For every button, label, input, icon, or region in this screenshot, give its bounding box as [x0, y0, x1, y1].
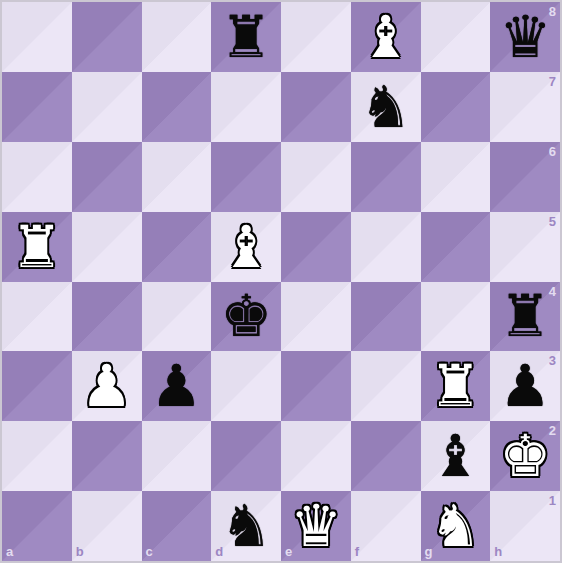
square-h2[interactable]: ♚2	[490, 421, 560, 491]
square-g2[interactable]: ♝	[421, 421, 491, 491]
square-h4[interactable]: ♜4	[490, 282, 560, 352]
piece-white-pawn[interactable]: ♟	[81, 351, 133, 421]
square-d1[interactable]: ♞d	[211, 491, 281, 561]
square-f8[interactable]: ♝	[351, 2, 421, 72]
square-b8[interactable]	[72, 2, 142, 72]
square-d4[interactable]: ♚	[211, 282, 281, 352]
rank-label-5: 5	[549, 214, 556, 229]
square-h1[interactable]: 1h	[490, 491, 560, 561]
square-c2[interactable]	[142, 421, 212, 491]
square-e6[interactable]	[281, 142, 351, 212]
rank-label-4: 4	[549, 284, 556, 299]
piece-black-bishop[interactable]: ♝	[429, 421, 481, 491]
square-d3[interactable]	[211, 351, 281, 421]
square-b4[interactable]	[72, 282, 142, 352]
square-a2[interactable]	[2, 421, 72, 491]
square-b3[interactable]: ♟	[72, 351, 142, 421]
rank-label-6: 6	[549, 144, 556, 159]
square-a7[interactable]	[2, 72, 72, 142]
square-g7[interactable]	[421, 72, 491, 142]
file-label-a: a	[6, 544, 13, 559]
square-c1[interactable]: c	[142, 491, 212, 561]
piece-black-pawn[interactable]: ♟	[150, 351, 202, 421]
chess-board: ♜♝♛8♞76♜♝5♚♜4♟♟♜♟3♝♚2abc♞d♛ef♞g1h	[2, 2, 560, 561]
square-f1[interactable]: f	[351, 491, 421, 561]
square-b7[interactable]	[72, 72, 142, 142]
square-f6[interactable]	[351, 142, 421, 212]
square-b6[interactable]	[72, 142, 142, 212]
square-e2[interactable]	[281, 421, 351, 491]
square-d6[interactable]	[211, 142, 281, 212]
square-e3[interactable]	[281, 351, 351, 421]
rank-label-3: 3	[549, 353, 556, 368]
square-c8[interactable]	[142, 2, 212, 72]
square-b5[interactable]	[72, 212, 142, 282]
square-h6[interactable]: 6	[490, 142, 560, 212]
piece-black-pawn[interactable]: ♟	[499, 351, 551, 421]
square-f4[interactable]	[351, 282, 421, 352]
rank-label-8: 8	[549, 4, 556, 19]
square-g3[interactable]: ♜	[421, 351, 491, 421]
rank-label-2: 2	[549, 423, 556, 438]
square-c6[interactable]	[142, 142, 212, 212]
rank-label-7: 7	[549, 74, 556, 89]
square-f2[interactable]	[351, 421, 421, 491]
square-d5[interactable]: ♝	[211, 212, 281, 282]
square-c5[interactable]	[142, 212, 212, 282]
square-a8[interactable]	[2, 2, 72, 72]
square-b2[interactable]	[72, 421, 142, 491]
piece-white-king[interactable]: ♚	[499, 421, 551, 491]
piece-white-rook[interactable]: ♜	[429, 351, 481, 421]
square-e4[interactable]	[281, 282, 351, 352]
square-b1[interactable]: b	[72, 491, 142, 561]
square-g1[interactable]: ♞g	[421, 491, 491, 561]
piece-white-knight[interactable]: ♞	[429, 491, 481, 561]
square-c7[interactable]	[142, 72, 212, 142]
square-f3[interactable]	[351, 351, 421, 421]
piece-white-bishop[interactable]: ♝	[360, 2, 412, 72]
square-c4[interactable]	[142, 282, 212, 352]
square-e1[interactable]: ♛e	[281, 491, 351, 561]
square-e5[interactable]	[281, 212, 351, 282]
square-g4[interactable]	[421, 282, 491, 352]
square-a1[interactable]: a	[2, 491, 72, 561]
file-label-h: h	[494, 544, 502, 559]
square-a6[interactable]	[2, 142, 72, 212]
piece-black-knight[interactable]: ♞	[220, 491, 272, 561]
square-f5[interactable]	[351, 212, 421, 282]
file-label-c: c	[146, 544, 153, 559]
square-e8[interactable]	[281, 2, 351, 72]
piece-black-rook[interactable]: ♜	[220, 2, 272, 72]
file-label-f: f	[355, 544, 359, 559]
piece-black-knight[interactable]: ♞	[360, 72, 412, 142]
square-d2[interactable]	[211, 421, 281, 491]
square-d7[interactable]	[211, 72, 281, 142]
piece-black-rook[interactable]: ♜	[499, 282, 551, 352]
square-c3[interactable]: ♟	[142, 351, 212, 421]
square-h8[interactable]: ♛8	[490, 2, 560, 72]
square-a4[interactable]	[2, 282, 72, 352]
square-g5[interactable]	[421, 212, 491, 282]
square-h3[interactable]: ♟3	[490, 351, 560, 421]
square-a3[interactable]	[2, 351, 72, 421]
square-g8[interactable]	[421, 2, 491, 72]
square-a5[interactable]: ♜	[2, 212, 72, 282]
file-label-b: b	[76, 544, 84, 559]
rank-label-1: 1	[549, 493, 556, 508]
square-d8[interactable]: ♜	[211, 2, 281, 72]
square-f7[interactable]: ♞	[351, 72, 421, 142]
file-label-e: e	[285, 544, 292, 559]
square-h7[interactable]: 7	[490, 72, 560, 142]
square-h5[interactable]: 5	[490, 212, 560, 282]
square-g6[interactable]	[421, 142, 491, 212]
chess-board-frame: ♜♝♛8♞76♜♝5♚♜4♟♟♜♟3♝♚2abc♞d♛ef♞g1h	[0, 0, 562, 563]
file-label-d: d	[215, 544, 223, 559]
file-label-g: g	[425, 544, 433, 559]
piece-black-queen[interactable]: ♛	[499, 2, 551, 72]
piece-black-king[interactable]: ♚	[220, 282, 272, 352]
piece-white-bishop[interactable]: ♝	[220, 212, 272, 282]
piece-white-queen[interactable]: ♛	[290, 491, 342, 561]
square-e7[interactable]	[281, 72, 351, 142]
piece-white-rook[interactable]: ♜	[11, 212, 63, 282]
